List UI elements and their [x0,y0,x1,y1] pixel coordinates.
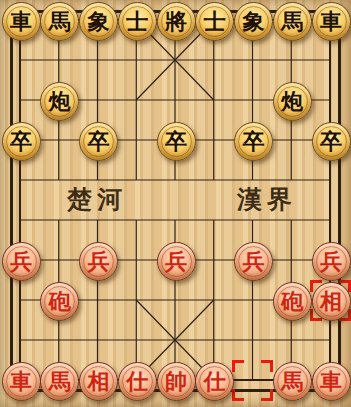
piece-glyph: 帥 [165,369,187,394]
piece-glyph: 炮 [281,89,303,114]
piece-glyph: 仕 [204,369,226,394]
piece-glyph: 車 [10,9,32,34]
piece-red-兵[interactable]: 兵 [2,242,41,281]
river-label-right: 漢界 [222,185,312,215]
piece-glyph: 兵 [10,249,32,274]
piece-black-炮[interactable]: 炮 [40,82,79,121]
piece-black-象[interactable]: 象 [79,2,118,41]
piece-red-仕[interactable]: 仕 [195,362,234,401]
piece-red-車[interactable]: 車 [2,362,41,401]
piece-glyph: 卒 [10,129,32,154]
piece-glyph: 卒 [320,129,342,154]
piece-glyph: 車 [320,9,342,34]
piece-glyph: 將 [165,9,187,34]
piece-red-砲[interactable]: 砲 [40,282,79,321]
piece-red-砲[interactable]: 砲 [273,282,312,321]
piece-glyph: 相 [88,369,110,394]
piece-glyph: 砲 [281,289,303,314]
piece-red-相[interactable]: 相 [312,282,351,321]
piece-red-兵[interactable]: 兵 [312,242,351,281]
piece-black-卒[interactable]: 卒 [234,122,273,161]
piece-glyph: 士 [204,9,226,34]
piece-glyph: 士 [126,9,148,34]
piece-black-卒[interactable]: 卒 [157,122,196,161]
piece-red-相[interactable]: 相 [79,362,118,401]
piece-glyph: 卒 [165,129,187,154]
piece-black-卒[interactable]: 卒 [312,122,351,161]
piece-black-士[interactable]: 士 [118,2,157,41]
piece-black-卒[interactable]: 卒 [2,122,41,161]
piece-red-兵[interactable]: 兵 [157,242,196,281]
piece-red-帥[interactable]: 帥 [157,362,196,401]
piece-glyph: 車 [10,369,32,394]
piece-glyph: 馬 [49,369,71,394]
piece-glyph: 馬 [281,369,303,394]
piece-black-卒[interactable]: 卒 [79,122,118,161]
piece-glyph: 馬 [281,9,303,34]
piece-glyph: 象 [88,9,110,34]
piece-black-士[interactable]: 士 [195,2,234,41]
piece-glyph: 卒 [243,129,265,154]
piece-black-馬[interactable]: 馬 [273,2,312,41]
piece-black-車[interactable]: 車 [2,2,41,41]
piece-glyph: 兵 [88,249,110,274]
piece-glyph: 砲 [49,289,71,314]
piece-glyph: 兵 [243,249,265,274]
piece-glyph: 象 [243,9,265,34]
piece-glyph: 兵 [320,249,342,274]
piece-glyph: 車 [320,369,342,394]
piece-red-馬[interactable]: 馬 [40,362,79,401]
piece-black-炮[interactable]: 炮 [273,82,312,121]
piece-black-馬[interactable]: 馬 [40,2,79,41]
piece-red-兵[interactable]: 兵 [234,242,273,281]
xiangqi-board: 楚河 漢界 車馬象士將士象馬車炮炮卒卒卒卒卒兵兵兵兵兵砲砲相車馬相仕帥仕馬車 [0,0,351,407]
river-label-left: 楚河 [52,185,142,215]
piece-glyph: 兵 [165,249,187,274]
piece-black-車[interactable]: 車 [312,2,351,41]
piece-glyph: 相 [320,289,342,314]
piece-glyph: 仕 [126,369,148,394]
piece-glyph: 馬 [49,9,71,34]
piece-red-車[interactable]: 車 [312,362,351,401]
piece-red-馬[interactable]: 馬 [273,362,312,401]
piece-black-象[interactable]: 象 [234,2,273,41]
piece-glyph: 卒 [88,129,110,154]
piece-red-兵[interactable]: 兵 [79,242,118,281]
piece-glyph: 炮 [49,89,71,114]
piece-black-將[interactable]: 將 [157,2,196,41]
piece-red-仕[interactable]: 仕 [118,362,157,401]
